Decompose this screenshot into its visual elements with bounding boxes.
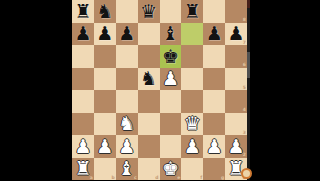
square-a4[interactable] <box>72 90 94 113</box>
piece-black-pawn-a7[interactable]: ♟ <box>74 24 91 43</box>
square-c6[interactable] <box>116 45 138 68</box>
coord-file-e: e <box>177 176 180 181</box>
square-d1[interactable]: d <box>138 158 160 181</box>
letterbox-right <box>250 0 320 180</box>
square-b3[interactable] <box>94 113 116 136</box>
square-g2[interactable]: ♟ <box>203 135 225 158</box>
scrollbar-thumb[interactable] <box>247 52 250 78</box>
square-h6[interactable]: 6 <box>225 45 247 68</box>
chess-board: ♜♞♛♜8♟♟♟♝♟♟7♚6♞♟54♞♛3♟♟♟♟♟♟2♜ab♝cd♚efg♜1… <box>72 0 247 180</box>
square-e5[interactable]: ♟ <box>160 68 182 91</box>
square-d8[interactable]: ♛ <box>138 0 160 23</box>
square-c2[interactable]: ♟ <box>116 135 138 158</box>
square-h8[interactable]: 8 <box>225 0 247 23</box>
square-h2[interactable]: ♟2 <box>225 135 247 158</box>
square-a1[interactable]: ♜a <box>72 158 94 181</box>
square-g7[interactable]: ♟ <box>203 23 225 46</box>
square-b4[interactable] <box>94 90 116 113</box>
piece-black-rook-a8[interactable]: ♜ <box>74 1 91 20</box>
square-g1[interactable]: g <box>203 158 225 181</box>
square-c8[interactable] <box>116 0 138 23</box>
piece-white-pawn-a2[interactable]: ♟ <box>74 136 91 155</box>
coord-file-f: f <box>200 176 202 181</box>
piece-black-pawn-c7[interactable]: ♟ <box>118 24 135 43</box>
square-a2[interactable]: ♟ <box>72 135 94 158</box>
square-g8[interactable] <box>203 0 225 23</box>
square-b1[interactable]: b <box>94 158 116 181</box>
square-h5[interactable]: 5 <box>225 68 247 91</box>
coord-file-a: a <box>90 176 93 181</box>
square-g3[interactable] <box>203 113 225 136</box>
square-f1[interactable]: f <box>181 158 203 181</box>
piece-black-queen-d8[interactable]: ♛ <box>140 1 157 20</box>
square-g6[interactable] <box>203 45 225 68</box>
piece-black-rook-f8[interactable]: ♜ <box>184 1 201 20</box>
square-a7[interactable]: ♟ <box>72 23 94 46</box>
square-c1[interactable]: ♝c <box>116 158 138 181</box>
square-b6[interactable] <box>94 45 116 68</box>
square-e2[interactable] <box>160 135 182 158</box>
scrollbar-track[interactable] <box>247 0 250 180</box>
piece-black-king-e6[interactable]: ♚ <box>162 46 179 65</box>
square-d6[interactable] <box>138 45 160 68</box>
piece-black-pawn-g7[interactable]: ♟ <box>206 24 223 43</box>
square-c7[interactable]: ♟ <box>116 23 138 46</box>
square-b5[interactable] <box>94 68 116 91</box>
square-e4[interactable] <box>160 90 182 113</box>
square-e1[interactable]: ♚e <box>160 158 182 181</box>
square-d7[interactable] <box>138 23 160 46</box>
square-a5[interactable] <box>72 68 94 91</box>
square-f6[interactable] <box>181 45 203 68</box>
square-c5[interactable] <box>116 68 138 91</box>
piece-white-bishop-c1[interactable]: ♝ <box>118 159 135 178</box>
piece-white-queen-f3[interactable]: ♛ <box>184 114 201 133</box>
square-g5[interactable] <box>203 68 225 91</box>
piece-black-knight-d5[interactable]: ♞ <box>140 69 157 88</box>
square-h4[interactable]: 4 <box>225 90 247 113</box>
coord-file-g: g <box>221 176 224 181</box>
video-frame: ♜♞♛♜8♟♟♟♝♟♟7♚6♞♟54♞♛3♟♟♟♟♟♟2♜ab♝cd♚efg♜1… <box>0 0 320 180</box>
piece-black-bishop-e7[interactable]: ♝ <box>162 24 179 43</box>
square-f7[interactable] <box>181 23 203 46</box>
piece-white-pawn-b2[interactable]: ♟ <box>96 136 113 155</box>
piece-white-pawn-c2[interactable]: ♟ <box>118 136 135 155</box>
scrollbar-top-accent <box>247 0 250 8</box>
coord-file-d: d <box>155 176 158 181</box>
square-f3[interactable]: ♛ <box>181 113 203 136</box>
square-a3[interactable] <box>72 113 94 136</box>
square-h3[interactable]: 3 <box>225 113 247 136</box>
coord-file-b: b <box>112 176 115 181</box>
piece-white-pawn-g2[interactable]: ♟ <box>206 136 223 155</box>
square-f8[interactable]: ♜ <box>181 0 203 23</box>
piece-white-pawn-f2[interactable]: ♟ <box>184 136 201 155</box>
square-d2[interactable] <box>138 135 160 158</box>
coord-file-c: c <box>134 176 137 181</box>
square-c3[interactable]: ♞ <box>116 113 138 136</box>
square-g4[interactable] <box>203 90 225 113</box>
square-b2[interactable]: ♟ <box>94 135 116 158</box>
corner-ring-icon <box>241 168 252 179</box>
piece-white-knight-c3[interactable]: ♞ <box>118 114 135 133</box>
piece-white-pawn-e5[interactable]: ♟ <box>162 69 179 88</box>
square-b8[interactable]: ♞ <box>94 0 116 23</box>
square-b7[interactable]: ♟ <box>94 23 116 46</box>
letterbox-left <box>0 0 72 180</box>
square-a6[interactable] <box>72 45 94 68</box>
square-f4[interactable] <box>181 90 203 113</box>
square-e7[interactable]: ♝ <box>160 23 182 46</box>
square-a8[interactable]: ♜ <box>72 0 94 23</box>
piece-black-knight-b8[interactable]: ♞ <box>96 1 113 20</box>
square-f5[interactable] <box>181 68 203 91</box>
piece-black-pawn-b7[interactable]: ♟ <box>96 24 113 43</box>
square-d4[interactable] <box>138 90 160 113</box>
square-h7[interactable]: ♟7 <box>225 23 247 46</box>
square-e6[interactable]: ♚ <box>160 45 182 68</box>
square-e8[interactable] <box>160 0 182 23</box>
square-c4[interactable] <box>116 90 138 113</box>
square-d5[interactable]: ♞ <box>138 68 160 91</box>
square-f2[interactable]: ♟ <box>181 135 203 158</box>
square-d3[interactable] <box>138 113 160 136</box>
square-e3[interactable] <box>160 113 182 136</box>
